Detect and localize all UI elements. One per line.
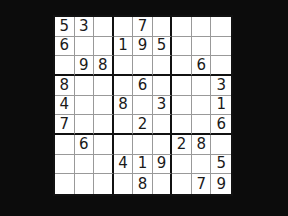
given-digit: 6 <box>196 58 206 73</box>
given-digit: 9 <box>216 177 226 192</box>
cell-r8c9[interactable]: 5 <box>211 155 231 175</box>
cell-r4c6[interactable] <box>153 76 173 96</box>
given-digit: 8 <box>138 177 148 192</box>
cell-r4c1[interactable]: 8 <box>55 76 75 96</box>
given-digit: 6 <box>216 117 226 132</box>
cell-r8c8[interactable] <box>192 155 212 175</box>
cell-r2c2[interactable] <box>75 37 95 57</box>
given-digit: 2 <box>138 117 148 132</box>
cell-r9c8[interactable]: 7 <box>192 174 212 194</box>
given-digit: 8 <box>118 97 128 112</box>
cell-r1c2[interactable]: 3 <box>75 17 95 37</box>
cell-r5c3[interactable] <box>94 96 114 116</box>
cell-r6c5[interactable]: 2 <box>133 115 153 135</box>
cell-r5c8[interactable] <box>192 96 212 116</box>
given-digit: 1 <box>138 156 148 171</box>
cell-r6c8[interactable] <box>192 115 212 135</box>
cell-r3c6[interactable] <box>153 56 173 76</box>
given-digit: 4 <box>60 97 70 112</box>
cell-r7c8[interactable]: 8 <box>192 135 212 155</box>
given-digit: 3 <box>79 19 89 34</box>
cell-r7c9[interactable] <box>211 135 231 155</box>
cell-r3c3[interactable]: 8 <box>94 56 114 76</box>
cell-r1c7[interactable] <box>172 17 192 37</box>
cell-r2c7[interactable] <box>172 37 192 57</box>
cell-r1c6[interactable] <box>153 17 173 37</box>
given-digit: 7 <box>138 19 148 34</box>
cell-r3c5[interactable] <box>133 56 153 76</box>
cell-r5c5[interactable] <box>133 96 153 116</box>
given-digit: 2 <box>177 137 187 152</box>
cell-r7c5[interactable] <box>133 135 153 155</box>
cell-r8c5[interactable]: 1 <box>133 155 153 175</box>
cell-r1c8[interactable] <box>192 17 212 37</box>
given-digit: 4 <box>118 156 128 171</box>
given-digit: 5 <box>60 19 70 34</box>
cell-r5c9[interactable]: 1 <box>211 96 231 116</box>
cell-r7c3[interactable] <box>94 135 114 155</box>
cell-r8c2[interactable] <box>75 155 95 175</box>
cell-r3c4[interactable] <box>114 56 134 76</box>
cell-r9c9[interactable]: 9 <box>211 174 231 194</box>
given-digit: 5 <box>157 38 167 53</box>
given-digit: 6 <box>79 137 89 152</box>
cell-r9c5[interactable]: 8 <box>133 174 153 194</box>
cell-r1c5[interactable]: 7 <box>133 17 153 37</box>
cell-r4c2[interactable] <box>75 76 95 96</box>
cell-r8c1[interactable] <box>55 155 75 175</box>
cell-r9c3[interactable] <box>94 174 114 194</box>
cell-r6c3[interactable] <box>94 115 114 135</box>
given-digit: 7 <box>60 117 70 132</box>
cell-r4c3[interactable] <box>94 76 114 96</box>
given-digit: 8 <box>60 78 70 93</box>
given-digit: 8 <box>98 58 108 73</box>
given-digit: 7 <box>196 177 206 192</box>
cell-r3c2[interactable]: 9 <box>75 56 95 76</box>
cell-r8c7[interactable] <box>172 155 192 175</box>
cell-r5c6[interactable]: 3 <box>153 96 173 116</box>
cell-r7c2[interactable]: 6 <box>75 135 95 155</box>
cell-r5c7[interactable] <box>172 96 192 116</box>
cell-r5c2[interactable] <box>75 96 95 116</box>
cell-r9c1[interactable] <box>55 174 75 194</box>
cell-r9c7[interactable] <box>172 174 192 194</box>
cell-r2c5[interactable]: 9 <box>133 37 153 57</box>
given-digit: 5 <box>216 156 226 171</box>
cell-r3c8[interactable]: 6 <box>192 56 212 76</box>
sudoku-board: 537619598686348317266284195879 <box>53 15 233 196</box>
cell-r2c1[interactable]: 6 <box>55 37 75 57</box>
given-digit: 1 <box>216 97 226 112</box>
cell-r1c3[interactable] <box>94 17 114 37</box>
cell-r2c3[interactable] <box>94 37 114 57</box>
given-digit: 9 <box>79 58 89 73</box>
cell-r6c2[interactable] <box>75 115 95 135</box>
cell-r8c4[interactable]: 4 <box>114 155 134 175</box>
cell-r1c1[interactable]: 5 <box>55 17 75 37</box>
cell-r8c6[interactable]: 9 <box>153 155 173 175</box>
cell-r6c4[interactable] <box>114 115 134 135</box>
given-digit: 9 <box>138 38 148 53</box>
cell-r4c7[interactable] <box>172 76 192 96</box>
cell-r7c6[interactable] <box>153 135 173 155</box>
cell-r6c7[interactable] <box>172 115 192 135</box>
cell-r2c8[interactable] <box>192 37 212 57</box>
given-digit: 1 <box>118 38 128 53</box>
cell-r2c6[interactable]: 5 <box>153 37 173 57</box>
cell-r9c2[interactable] <box>75 174 95 194</box>
cell-r3c1[interactable] <box>55 56 75 76</box>
given-digit: 9 <box>157 156 167 171</box>
cell-r8c3[interactable] <box>94 155 114 175</box>
cell-r6c6[interactable] <box>153 115 173 135</box>
cell-r2c4[interactable]: 1 <box>114 37 134 57</box>
cell-r1c9[interactable] <box>211 17 231 37</box>
cell-r5c4[interactable]: 8 <box>114 96 134 116</box>
cell-r4c8[interactable] <box>192 76 212 96</box>
cell-r4c9[interactable]: 3 <box>211 76 231 96</box>
cell-r1c4[interactable] <box>114 17 134 37</box>
given-digit: 6 <box>138 78 148 93</box>
given-digit: 3 <box>157 97 167 112</box>
cell-r7c4[interactable] <box>114 135 134 155</box>
given-digit: 8 <box>196 137 206 152</box>
cell-r6c1[interactable]: 7 <box>55 115 75 135</box>
cell-r2c9[interactable] <box>211 37 231 57</box>
cell-r4c5[interactable]: 6 <box>133 76 153 96</box>
cell-r3c7[interactable] <box>172 56 192 76</box>
cell-r9c6[interactable] <box>153 174 173 194</box>
cell-r6c9[interactable]: 6 <box>211 115 231 135</box>
cell-r7c7[interactable]: 2 <box>172 135 192 155</box>
cell-r7c1[interactable] <box>55 135 75 155</box>
given-digit: 6 <box>60 38 70 53</box>
screenshot-stage: 537619598686348317266284195879 <box>0 0 288 216</box>
cell-r5c1[interactable]: 4 <box>55 96 75 116</box>
cell-r3c9[interactable] <box>211 56 231 76</box>
cell-r4c4[interactable] <box>114 76 134 96</box>
cell-r9c4[interactable] <box>114 174 134 194</box>
given-digit: 3 <box>216 78 226 93</box>
